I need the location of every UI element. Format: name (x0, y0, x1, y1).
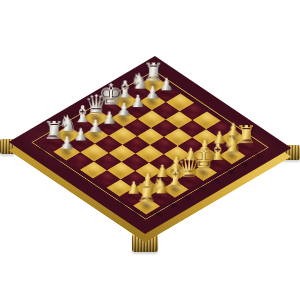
silver-pawn: ♟ (159, 76, 174, 93)
silver-pawn: ♟ (59, 135, 74, 152)
silver-pawn: ♟ (73, 126, 88, 143)
square-c5 (108, 144, 136, 161)
silver-pawn: ♟ (88, 118, 103, 135)
chess-board: ♜♟♟♜♞♟♟♞♝♟♟♝♚♟♟♚♛♟♟♛♝♟♟♝♞♟♟♞♜♟♟♜ (9, 56, 292, 234)
gold-rook: ♜ (135, 181, 157, 206)
silver-pawn: ♟ (131, 93, 146, 110)
chess-set-photo: ♜♟♟♜♞♟♟♞♝♟♟♝♚♟♟♚♛♟♟♛♝♟♟♝♞♟♟♞♜♟♟♜ (0, 0, 300, 300)
silver-pawn: ♟ (102, 110, 117, 127)
silver-pawn: ♟ (116, 101, 131, 118)
silver-pawn: ♟ (145, 85, 160, 102)
board-frame: ♜♟♟♜♞♟♟♞♝♟♟♝♚♟♟♚♛♟♟♛♝♟♟♝♞♟♟♞♜♟♟♜ (9, 56, 292, 234)
